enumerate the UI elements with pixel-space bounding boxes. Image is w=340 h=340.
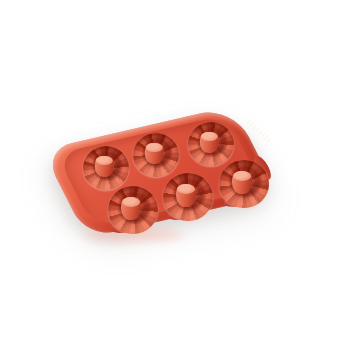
- product-photo: Red silicone baking mould with six flute…: [0, 0, 340, 340]
- cone-top-highlight: [96, 156, 113, 165]
- cone-top-highlight: [146, 143, 163, 152]
- cavity-r1c1: [83, 146, 129, 190]
- cavity-center-cone: [121, 197, 141, 220]
- cavity-r1c3: [188, 122, 234, 166]
- cavity-r2c1: [108, 186, 158, 234]
- cone-top-highlight: [201, 132, 218, 141]
- cavity-center-cone: [232, 171, 252, 194]
- cavity-center-cone: [145, 143, 163, 164]
- cavity-r2c3: [219, 160, 269, 208]
- cavity-center-cone: [176, 184, 196, 207]
- cone-top-highlight: [122, 197, 140, 207]
- cavity-center-cone: [200, 132, 218, 153]
- cone-top-highlight: [233, 171, 251, 181]
- cone-top-highlight: [177, 184, 195, 194]
- cavity-r2c2: [163, 173, 213, 221]
- cavity-r1c2: [133, 133, 179, 177]
- cavity-center-cone: [95, 156, 113, 177]
